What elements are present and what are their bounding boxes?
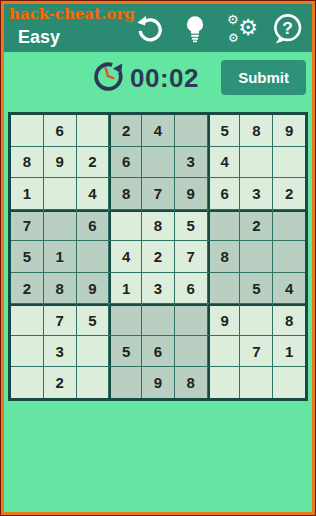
cell-r6c9[interactable]: 4 — [273, 273, 305, 304]
difficulty-label: Easy — [18, 27, 60, 48]
cell-r9c5[interactable]: 9 — [142, 367, 174, 398]
cell-r5c6[interactable]: 7 — [175, 241, 207, 272]
cell-r9c7[interactable] — [208, 367, 240, 398]
help-icon[interactable]: ? — [270, 12, 304, 46]
clock-icon — [90, 58, 126, 98]
cell-r8c1[interactable] — [11, 336, 43, 367]
cell-r2c9[interactable] — [273, 147, 305, 178]
cell-r3c6[interactable]: 9 — [175, 178, 207, 209]
cell-r6c2[interactable]: 8 — [44, 273, 76, 304]
cell-r7c4[interactable] — [109, 304, 141, 335]
cell-r5c3[interactable] — [77, 241, 109, 272]
cell-r7c1[interactable] — [11, 304, 43, 335]
cell-r8c4[interactable]: 5 — [109, 336, 141, 367]
cell-r2c8[interactable] — [240, 147, 272, 178]
cell-r9c8[interactable] — [240, 367, 272, 398]
app-screen: hack-cheat.org Easy ⚙ — [1, 1, 315, 515]
cell-r8c8[interactable]: 7 — [240, 336, 272, 367]
cell-r7c9[interactable]: 8 — [273, 304, 305, 335]
cell-r4c9[interactable] — [273, 210, 305, 241]
cell-r3c1[interactable]: 1 — [11, 178, 43, 209]
cell-r3c5[interactable]: 7 — [142, 178, 174, 209]
cell-r6c1[interactable]: 2 — [11, 273, 43, 304]
cell-r9c3[interactable] — [77, 367, 109, 398]
watermark-text: hack-cheat.org — [9, 5, 135, 23]
header-icons: ⚙ ⚙ ⚙ ? — [132, 12, 304, 46]
cell-r3c8[interactable]: 3 — [240, 178, 272, 209]
cell-r1c6[interactable] — [175, 115, 207, 146]
cell-r6c4[interactable]: 1 — [109, 273, 141, 304]
cell-r8c5[interactable]: 6 — [142, 336, 174, 367]
cell-r4c6[interactable]: 5 — [175, 210, 207, 241]
cell-r6c7[interactable] — [208, 273, 240, 304]
cell-r3c3[interactable]: 4 — [77, 178, 109, 209]
cell-r6c6[interactable]: 6 — [175, 273, 207, 304]
cell-r5c2[interactable]: 1 — [44, 241, 76, 272]
cell-r5c1[interactable]: 5 — [11, 241, 43, 272]
cell-r4c1[interactable]: 7 — [11, 210, 43, 241]
cell-r2c1[interactable]: 8 — [11, 147, 43, 178]
cell-r8c3[interactable] — [77, 336, 109, 367]
cell-r1c1[interactable] — [11, 115, 43, 146]
cell-r5c4[interactable]: 4 — [109, 241, 141, 272]
cell-r4c2[interactable] — [44, 210, 76, 241]
cell-r3c9[interactable]: 2 — [273, 178, 305, 209]
cell-r9c2[interactable]: 2 — [44, 367, 76, 398]
cell-r2c7[interactable]: 4 — [208, 147, 240, 178]
cell-r9c4[interactable] — [109, 367, 141, 398]
cell-r7c7[interactable]: 9 — [208, 304, 240, 335]
cell-r7c5[interactable] — [142, 304, 174, 335]
cell-r7c3[interactable]: 5 — [77, 304, 109, 335]
gears-settings-icon[interactable]: ⚙ ⚙ ⚙ — [224, 12, 258, 46]
cell-r4c3[interactable]: 6 — [77, 210, 109, 241]
cell-r3c7[interactable]: 6 — [208, 178, 240, 209]
cell-r1c7[interactable]: 5 — [208, 115, 240, 146]
cell-r8c7[interactable] — [208, 336, 240, 367]
cell-r2c2[interactable]: 9 — [44, 147, 76, 178]
svg-text:?: ? — [282, 18, 293, 38]
timer-value: 00:02 — [130, 63, 199, 94]
cell-r5c8[interactable] — [240, 241, 272, 272]
cell-r8c6[interactable] — [175, 336, 207, 367]
cell-r3c2[interactable] — [44, 178, 76, 209]
cell-r2c3[interactable]: 2 — [77, 147, 109, 178]
cell-r1c2[interactable]: 6 — [44, 115, 76, 146]
cell-r9c6[interactable]: 8 — [175, 367, 207, 398]
cell-r5c5[interactable]: 2 — [142, 241, 174, 272]
cell-r2c6[interactable]: 3 — [175, 147, 207, 178]
cell-r5c7[interactable]: 8 — [208, 241, 240, 272]
cell-r6c3[interactable]: 9 — [77, 273, 109, 304]
cell-r5c9[interactable] — [273, 241, 305, 272]
cell-r6c5[interactable]: 3 — [142, 273, 174, 304]
cell-r2c4[interactable]: 6 — [109, 147, 141, 178]
cell-r1c9[interactable]: 9 — [273, 115, 305, 146]
cell-r8c2[interactable]: 3 — [44, 336, 76, 367]
cell-r1c8[interactable]: 8 — [240, 115, 272, 146]
cell-r4c8[interactable]: 2 — [240, 210, 272, 241]
gears-glyphs: ⚙ ⚙ ⚙ — [224, 12, 258, 46]
cell-r9c9[interactable] — [273, 367, 305, 398]
cell-r4c7[interactable] — [208, 210, 240, 241]
cell-r6c8[interactable]: 5 — [240, 273, 272, 304]
cell-r8c9[interactable]: 1 — [273, 336, 305, 367]
sudoku-board: 6245898926341487963276852514278289136547… — [8, 112, 308, 401]
cell-r7c8[interactable] — [240, 304, 272, 335]
lightbulb-hint-icon[interactable] — [178, 12, 212, 46]
cell-r1c4[interactable]: 2 — [109, 115, 141, 146]
cell-r3c4[interactable]: 8 — [109, 178, 141, 209]
cell-r7c2[interactable]: 7 — [44, 304, 76, 335]
cell-r4c5[interactable]: 8 — [142, 210, 174, 241]
cell-r2c5[interactable] — [142, 147, 174, 178]
cell-r1c5[interactable]: 4 — [142, 115, 174, 146]
submit-button[interactable]: Submit — [221, 60, 306, 95]
timer-group: 00:02 — [90, 58, 199, 98]
header-bar: hack-cheat.org Easy ⚙ — [4, 4, 312, 52]
cell-r1c3[interactable] — [77, 115, 109, 146]
cell-r4c4[interactable] — [109, 210, 141, 241]
cell-r7c6[interactable] — [175, 304, 207, 335]
timer-row: 00:02 Submit — [4, 52, 312, 110]
restart-icon[interactable] — [132, 12, 166, 46]
cell-r9c1[interactable] — [11, 367, 43, 398]
